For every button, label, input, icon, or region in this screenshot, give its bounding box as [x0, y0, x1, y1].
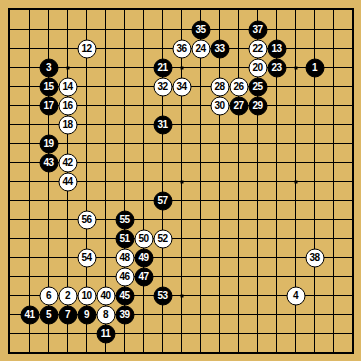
grid-cell [86, 86, 105, 105]
stone-black-7: 7 [58, 305, 77, 324]
grid-cell [238, 181, 257, 200]
grid-cell [86, 67, 105, 86]
grid-cell [10, 238, 29, 257]
grid-cell [10, 10, 29, 29]
grid-cell [219, 257, 238, 276]
grid-cell [10, 200, 29, 219]
stone-white-2: 2 [58, 286, 77, 305]
grid-cell [162, 162, 181, 181]
grid-cell [10, 29, 29, 48]
grid-cell [257, 124, 276, 143]
grid-cell [295, 200, 314, 219]
grid-cell [67, 333, 86, 352]
stone-black-37: 37 [248, 20, 267, 39]
grid-cell [295, 219, 314, 238]
grid-cell [124, 143, 143, 162]
grid-cell [181, 295, 200, 314]
grid-cell [29, 219, 48, 238]
grid-cell [333, 257, 352, 276]
stone-white-32: 32 [153, 77, 172, 96]
star-point [180, 294, 183, 297]
grid-cell [143, 162, 162, 181]
grid-cell [162, 333, 181, 352]
grid-cell [181, 143, 200, 162]
star-point [66, 66, 69, 69]
grid-cell [10, 67, 29, 86]
stone-black-31: 31 [153, 115, 172, 134]
grid-cell [10, 105, 29, 124]
grid-cell [276, 257, 295, 276]
grid-cell [257, 276, 276, 295]
grid-cell [181, 181, 200, 200]
grid-cell [105, 162, 124, 181]
grid-cell [48, 200, 67, 219]
grid-cell [181, 276, 200, 295]
grid-cell [29, 181, 48, 200]
stone-black-35: 35 [191, 20, 210, 39]
grid-cell [67, 10, 86, 29]
grid-cell [314, 143, 333, 162]
grid-cell [124, 86, 143, 105]
grid-cell [276, 238, 295, 257]
stone-black-41: 41 [20, 305, 39, 324]
grid-cell [105, 143, 124, 162]
stone-black-5: 5 [39, 305, 58, 324]
stone-black-55: 55 [115, 210, 134, 229]
grid-cell [124, 181, 143, 200]
grid-cell [295, 181, 314, 200]
grid-cell [29, 238, 48, 257]
grid-cell [86, 143, 105, 162]
grid-cell [257, 181, 276, 200]
grid-cell [86, 105, 105, 124]
grid-cell [257, 238, 276, 257]
grid-cell [276, 105, 295, 124]
grid-cell [333, 238, 352, 257]
grid-cell [276, 200, 295, 219]
grid-cell [48, 10, 67, 29]
stone-black-11: 11 [96, 324, 115, 343]
grid-cell [314, 333, 333, 352]
grid-cell [124, 105, 143, 124]
stone-black-57: 57 [153, 191, 172, 210]
grid-cell [276, 86, 295, 105]
stone-black-49: 49 [134, 248, 153, 267]
grid-cell [105, 48, 124, 67]
grid-cell [257, 200, 276, 219]
grid-cell [162, 257, 181, 276]
stone-white-4: 4 [286, 286, 305, 305]
stone-white-34: 34 [172, 77, 191, 96]
stone-white-24: 24 [191, 39, 210, 58]
stone-black-53: 53 [153, 286, 172, 305]
grid-cell [219, 143, 238, 162]
grid-cell [124, 67, 143, 86]
grid-cell [257, 257, 276, 276]
grid-cell [86, 10, 105, 29]
grid-cell [48, 333, 67, 352]
star-point [180, 66, 183, 69]
grid-cell [143, 29, 162, 48]
grid-cell [29, 200, 48, 219]
grid-cell [29, 10, 48, 29]
grid-cell [295, 86, 314, 105]
grid-cell [314, 314, 333, 333]
stone-black-43: 43 [39, 153, 58, 172]
grid-cell [276, 219, 295, 238]
grid-cell [143, 143, 162, 162]
stone-white-38: 38 [305, 248, 324, 267]
grid-cell [105, 67, 124, 86]
grid-cell [200, 200, 219, 219]
stone-black-33: 33 [210, 39, 229, 58]
grid-cell [333, 67, 352, 86]
stone-white-54: 54 [77, 248, 96, 267]
grid-cell [105, 181, 124, 200]
grid-cell [238, 200, 257, 219]
grid-cell [314, 124, 333, 143]
grid-cell [295, 10, 314, 29]
grid-cell [295, 143, 314, 162]
grid-cell [10, 276, 29, 295]
grid-cell [276, 181, 295, 200]
grid-cell [105, 105, 124, 124]
grid-cell [124, 162, 143, 181]
grid-cell [181, 124, 200, 143]
grid-cell [333, 276, 352, 295]
grid-cell [200, 143, 219, 162]
grid-cell [219, 181, 238, 200]
grid-cell [238, 124, 257, 143]
stone-white-48: 48 [115, 248, 134, 267]
stone-white-52: 52 [153, 229, 172, 248]
grid-cell [86, 124, 105, 143]
grid-cell [219, 276, 238, 295]
stone-black-9: 9 [77, 305, 96, 324]
grid-cell [200, 238, 219, 257]
grid-cell [238, 295, 257, 314]
grid-cell [200, 257, 219, 276]
stone-white-12: 12 [77, 39, 96, 58]
grid-cell [86, 181, 105, 200]
grid-cell [314, 86, 333, 105]
grid-cell [48, 29, 67, 48]
grid-cell [86, 162, 105, 181]
stone-black-23: 23 [267, 58, 286, 77]
grid-cell [10, 257, 29, 276]
grid-cell [333, 143, 352, 162]
grid-cell [276, 124, 295, 143]
stone-white-40: 40 [96, 286, 115, 305]
grid-cell [200, 333, 219, 352]
stone-white-6: 6 [39, 286, 58, 305]
grid-cell [124, 124, 143, 143]
grid-cell [295, 162, 314, 181]
grid-cell [333, 181, 352, 200]
stone-black-15: 15 [39, 77, 58, 96]
grid-cell [200, 124, 219, 143]
grid-cell [314, 276, 333, 295]
grid-cell [295, 314, 314, 333]
grid-cell [276, 10, 295, 29]
grid-cell [295, 124, 314, 143]
grid-cell [48, 238, 67, 257]
grid-cell [10, 181, 29, 200]
grid-cell [238, 333, 257, 352]
stone-black-47: 47 [134, 267, 153, 286]
grid-cell [333, 333, 352, 352]
stone-white-36: 36 [172, 39, 191, 58]
stone-white-44: 44 [58, 172, 77, 191]
go-board: 1234567891011121314151617181920212223242… [0, 0, 361, 361]
stone-black-17: 17 [39, 96, 58, 115]
grid-cell [105, 10, 124, 29]
stone-black-29: 29 [248, 96, 267, 115]
stone-black-27: 27 [229, 96, 248, 115]
grid-cell [219, 314, 238, 333]
stone-white-16: 16 [58, 96, 77, 115]
grid-cell [257, 295, 276, 314]
grid-cell [29, 257, 48, 276]
grid-cell [200, 314, 219, 333]
stone-black-39: 39 [115, 305, 134, 324]
grid-cell [333, 200, 352, 219]
grid-cell [276, 143, 295, 162]
star-point [180, 180, 183, 183]
grid-cell [314, 10, 333, 29]
stone-white-14: 14 [58, 77, 77, 96]
grid-cell [238, 257, 257, 276]
grid-cell [124, 29, 143, 48]
stone-black-1: 1 [305, 58, 324, 77]
stone-white-50: 50 [134, 229, 153, 248]
grid-cell [200, 219, 219, 238]
grid-cell [238, 219, 257, 238]
grid-cell [124, 333, 143, 352]
grid-cell [105, 29, 124, 48]
grid-cell [238, 238, 257, 257]
grid-cell [219, 162, 238, 181]
grid-cell [333, 314, 352, 333]
grid-cell [181, 219, 200, 238]
grid-cell [333, 124, 352, 143]
grid-cell [143, 333, 162, 352]
grid-cell [181, 257, 200, 276]
grid-cell [238, 314, 257, 333]
grid-cell [200, 295, 219, 314]
grid-cell [162, 10, 181, 29]
grid-cell [10, 86, 29, 105]
grid-cell [295, 105, 314, 124]
grid-cell [181, 314, 200, 333]
grid-cell [10, 124, 29, 143]
grid-cell [333, 86, 352, 105]
grid-cell [219, 10, 238, 29]
stone-black-3: 3 [39, 58, 58, 77]
grid-cell [333, 219, 352, 238]
grid-cell [181, 333, 200, 352]
stone-white-30: 30 [210, 96, 229, 115]
grid-cell [257, 219, 276, 238]
stone-black-45: 45 [115, 286, 134, 305]
grid-cell [314, 105, 333, 124]
grid-cell [29, 333, 48, 352]
grid-cell [333, 29, 352, 48]
stone-white-26: 26 [229, 77, 248, 96]
grid-cell [219, 124, 238, 143]
grid-cell [219, 219, 238, 238]
grid-cell [124, 10, 143, 29]
grid-cell [295, 333, 314, 352]
stone-black-21: 21 [153, 58, 172, 77]
grid-cell [276, 333, 295, 352]
stone-white-20: 20 [248, 58, 267, 77]
grid-cell [276, 314, 295, 333]
grid-cell [48, 219, 67, 238]
grid-cell [143, 314, 162, 333]
grid-cell [257, 314, 276, 333]
stone-black-13: 13 [267, 39, 286, 58]
grid-cell [219, 295, 238, 314]
grid-cell [333, 10, 352, 29]
stone-white-46: 46 [115, 267, 134, 286]
stone-white-10: 10 [77, 286, 96, 305]
grid-cell [200, 276, 219, 295]
stone-white-18: 18 [58, 115, 77, 134]
star-point [294, 66, 297, 69]
grid-cell [314, 295, 333, 314]
grid-cell [257, 162, 276, 181]
grid-cell [181, 238, 200, 257]
grid-cell [10, 48, 29, 67]
grid-cell [10, 143, 29, 162]
grid-cell [238, 162, 257, 181]
grid-cell [124, 48, 143, 67]
grid-cell [333, 48, 352, 67]
grid-cell [333, 295, 352, 314]
grid-cell [219, 333, 238, 352]
grid-cell [333, 105, 352, 124]
grid-cell [314, 181, 333, 200]
stone-white-22: 22 [248, 39, 267, 58]
stone-white-8: 8 [96, 305, 115, 324]
grid-cell [238, 276, 257, 295]
grid-cell [48, 257, 67, 276]
grid-cell [314, 219, 333, 238]
grid-cell [162, 143, 181, 162]
star-point [294, 180, 297, 183]
grid-cell [314, 162, 333, 181]
grid-cell [29, 29, 48, 48]
grid-cell [181, 200, 200, 219]
grid-cell [314, 29, 333, 48]
stone-white-28: 28 [210, 77, 229, 96]
stone-black-19: 19 [39, 134, 58, 153]
stone-white-42: 42 [58, 153, 77, 172]
stone-black-51: 51 [115, 229, 134, 248]
grid-cell [295, 29, 314, 48]
stone-black-25: 25 [248, 77, 267, 96]
grid-cell [200, 181, 219, 200]
stone-white-56: 56 [77, 210, 96, 229]
grid-cell [257, 333, 276, 352]
grid-cell [143, 10, 162, 29]
grid-cell [219, 200, 238, 219]
grid-cell [200, 162, 219, 181]
grid-cell [10, 333, 29, 352]
grid-cell [105, 86, 124, 105]
grid-cell [181, 105, 200, 124]
grid-cell [333, 162, 352, 181]
grid-cell [181, 162, 200, 181]
grid-cell [238, 143, 257, 162]
grid-cell [162, 314, 181, 333]
grid-cell [276, 162, 295, 181]
grid-cell [314, 200, 333, 219]
grid-cell [257, 143, 276, 162]
grid-cell [10, 219, 29, 238]
grid-cell [105, 124, 124, 143]
grid-cell [219, 238, 238, 257]
grid-cell [10, 162, 29, 181]
